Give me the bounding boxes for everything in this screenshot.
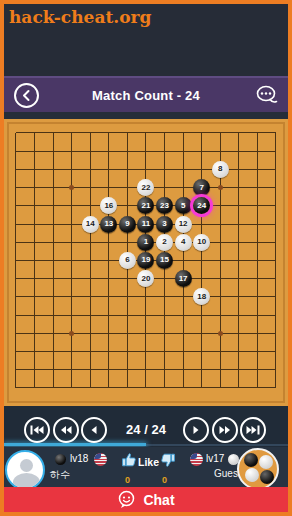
stone-2: 2 bbox=[156, 234, 173, 251]
board-cell bbox=[7, 142, 26, 160]
board-cell bbox=[267, 197, 286, 215]
thumb-down-icon bbox=[160, 452, 176, 468]
board-cell bbox=[211, 142, 230, 160]
stone-15: 15 bbox=[156, 252, 173, 269]
board-cell bbox=[192, 160, 211, 178]
board-cell bbox=[7, 197, 26, 215]
board-cell bbox=[230, 342, 249, 360]
board-cell bbox=[211, 324, 230, 342]
stone-10: 10 bbox=[193, 234, 210, 251]
board-cell bbox=[174, 306, 193, 324]
board-cell bbox=[81, 142, 100, 160]
board-cell bbox=[155, 361, 174, 379]
board-cell bbox=[81, 379, 100, 397]
like-label: Like bbox=[138, 456, 159, 468]
board-cell bbox=[44, 197, 63, 215]
board-cell bbox=[267, 251, 286, 269]
star-point bbox=[69, 185, 74, 190]
board-cell bbox=[118, 233, 137, 251]
board-cell bbox=[267, 324, 286, 342]
board-cell bbox=[100, 288, 119, 306]
black-player-avatar[interactable] bbox=[5, 450, 45, 490]
star-point bbox=[69, 331, 74, 336]
board-cell bbox=[7, 251, 26, 269]
board-cell bbox=[230, 197, 249, 215]
board-cell bbox=[248, 324, 267, 342]
skip-end-icon bbox=[246, 425, 260, 435]
board-cell bbox=[230, 142, 249, 160]
board-cell bbox=[81, 270, 100, 288]
board-cell bbox=[248, 379, 267, 397]
board-cell bbox=[211, 379, 230, 397]
black-stone-icon bbox=[55, 454, 66, 465]
board-cell bbox=[25, 179, 44, 197]
board-cell bbox=[211, 361, 230, 379]
stone-12: 12 bbox=[175, 216, 192, 233]
stone-6: 6 bbox=[119, 252, 136, 269]
board-cell bbox=[100, 233, 119, 251]
stone-17: 17 bbox=[175, 270, 192, 287]
board-cell bbox=[7, 379, 26, 397]
board-cell bbox=[25, 361, 44, 379]
board-cell bbox=[230, 324, 249, 342]
board-cell bbox=[267, 142, 286, 160]
board-cell bbox=[174, 324, 193, 342]
board-cell bbox=[267, 179, 286, 197]
board-cell bbox=[211, 215, 230, 233]
board-cell bbox=[25, 124, 44, 142]
board-cell bbox=[44, 233, 63, 251]
board-cell bbox=[44, 306, 63, 324]
stone-9: 9 bbox=[119, 216, 136, 233]
board-cell bbox=[248, 197, 267, 215]
board-cell bbox=[230, 306, 249, 324]
skip-start-button[interactable] bbox=[24, 417, 50, 443]
like-up-count: 0 bbox=[125, 475, 130, 485]
players-bar: lv18 하수 Like 0 0 lv17 Guest bbox=[4, 447, 288, 487]
board-panel: 123456789101112131415161718192021222324 bbox=[4, 119, 288, 406]
board-cell bbox=[192, 270, 211, 288]
stone-3: 3 bbox=[156, 216, 173, 233]
board-cell bbox=[267, 342, 286, 360]
white-player-avatar[interactable] bbox=[237, 448, 279, 490]
board-cell bbox=[192, 251, 211, 269]
board-cell bbox=[25, 233, 44, 251]
board-cell bbox=[62, 179, 81, 197]
board-cell bbox=[118, 124, 137, 142]
board-cell bbox=[25, 306, 44, 324]
board-cell bbox=[118, 179, 137, 197]
board-cell bbox=[137, 160, 156, 178]
board-cell bbox=[174, 160, 193, 178]
board-cell bbox=[62, 215, 81, 233]
board-cell bbox=[192, 215, 211, 233]
fast-forward-button[interactable] bbox=[212, 417, 238, 443]
board-cell bbox=[267, 215, 286, 233]
board-cell bbox=[44, 160, 63, 178]
board-cell bbox=[81, 361, 100, 379]
stone-4: 4 bbox=[175, 234, 192, 251]
board-cell bbox=[137, 288, 156, 306]
board-cell bbox=[25, 324, 44, 342]
step-back-icon bbox=[90, 425, 98, 435]
board-cell bbox=[100, 342, 119, 360]
board-cell bbox=[248, 270, 267, 288]
board-cell bbox=[118, 270, 137, 288]
thumb-up-icon bbox=[121, 452, 137, 468]
board-cell bbox=[174, 379, 193, 397]
board-cell bbox=[7, 342, 26, 360]
board-cell bbox=[100, 361, 119, 379]
board-cell bbox=[81, 251, 100, 269]
board-cell bbox=[62, 342, 81, 360]
board-cell bbox=[248, 160, 267, 178]
fast-forward-icon bbox=[219, 425, 231, 435]
board-cell bbox=[81, 124, 100, 142]
board-cell bbox=[137, 142, 156, 160]
board-cell bbox=[25, 379, 44, 397]
step-back-button[interactable] bbox=[81, 417, 107, 443]
board-cell bbox=[174, 179, 193, 197]
board-cell bbox=[137, 324, 156, 342]
board-cell bbox=[211, 179, 230, 197]
board-cell bbox=[192, 124, 211, 142]
board-cell bbox=[192, 306, 211, 324]
board-cell bbox=[230, 124, 249, 142]
stone-14: 14 bbox=[82, 216, 99, 233]
board-cell bbox=[7, 306, 26, 324]
skip-start-icon bbox=[30, 425, 44, 435]
chat-smiley-icon bbox=[117, 490, 136, 509]
board-cell bbox=[62, 160, 81, 178]
board-cell bbox=[174, 342, 193, 360]
board-cell bbox=[62, 251, 81, 269]
board-cell bbox=[230, 361, 249, 379]
skip-end-button[interactable] bbox=[240, 417, 266, 443]
board-cell bbox=[155, 379, 174, 397]
board-cell bbox=[230, 233, 249, 251]
board-cell bbox=[155, 270, 174, 288]
person-silhouette-icon bbox=[20, 459, 33, 472]
board-cell bbox=[7, 160, 26, 178]
header-chat-button[interactable] bbox=[254, 83, 280, 109]
board-cell bbox=[25, 142, 44, 160]
board-cell bbox=[7, 124, 26, 142]
board-cell bbox=[44, 124, 63, 142]
chat-label: Chat bbox=[143, 492, 174, 508]
board-cell bbox=[174, 288, 193, 306]
board-cell bbox=[211, 124, 230, 142]
board-cell bbox=[62, 197, 81, 215]
board-cell bbox=[137, 306, 156, 324]
rewind-button[interactable] bbox=[53, 417, 79, 443]
like-up-button[interactable] bbox=[121, 452, 137, 472]
board-cell bbox=[44, 379, 63, 397]
black-player-level: lv18 bbox=[70, 453, 88, 464]
board-cell bbox=[7, 270, 26, 288]
board-cell bbox=[211, 233, 230, 251]
board-cell bbox=[267, 288, 286, 306]
board-cell bbox=[62, 306, 81, 324]
board-cell bbox=[7, 288, 26, 306]
page-title: Match Count - 24 bbox=[4, 78, 288, 112]
board-cell bbox=[62, 233, 81, 251]
board-cell bbox=[118, 306, 137, 324]
board-cell bbox=[25, 288, 44, 306]
board-cell bbox=[7, 233, 26, 251]
board-cell bbox=[192, 324, 211, 342]
board-cell bbox=[174, 361, 193, 379]
board-cell bbox=[174, 124, 193, 142]
board-cell bbox=[100, 379, 119, 397]
chat-button[interactable]: Chat bbox=[4, 487, 288, 512]
board-cell bbox=[211, 251, 230, 269]
board-cell bbox=[267, 379, 286, 397]
board-cell bbox=[7, 179, 26, 197]
board-cell bbox=[248, 124, 267, 142]
board-cell bbox=[118, 288, 137, 306]
board-cell bbox=[211, 197, 230, 215]
top-banner: hack-cheat.org bbox=[4, 4, 288, 76]
board-cell bbox=[155, 306, 174, 324]
board-cell bbox=[100, 160, 119, 178]
board-cell bbox=[267, 160, 286, 178]
board-cell bbox=[25, 215, 44, 233]
board-cell bbox=[44, 324, 63, 342]
board-cell bbox=[174, 142, 193, 160]
gomoku-board[interactable]: 123456789101112131415161718192021222324 bbox=[7, 124, 286, 397]
board-cell bbox=[248, 288, 267, 306]
board-cell bbox=[248, 142, 267, 160]
board-cell bbox=[137, 342, 156, 360]
stone-13: 13 bbox=[100, 216, 117, 233]
board-cell bbox=[62, 124, 81, 142]
stone-5: 5 bbox=[175, 197, 192, 214]
board-cell bbox=[192, 361, 211, 379]
us-flag-icon-left bbox=[94, 453, 107, 466]
board-cell bbox=[248, 233, 267, 251]
board-cell bbox=[81, 233, 100, 251]
board-cell bbox=[248, 361, 267, 379]
board-cell bbox=[137, 379, 156, 397]
board-cell bbox=[192, 379, 211, 397]
board-cell bbox=[192, 342, 211, 360]
board-cell bbox=[44, 270, 63, 288]
board-cell bbox=[62, 142, 81, 160]
step-forward-icon bbox=[192, 425, 200, 435]
like-down-count: 0 bbox=[162, 475, 167, 485]
app-screen: hack-cheat.org Match Count - 24 12345678… bbox=[0, 0, 292, 516]
board-cell bbox=[44, 361, 63, 379]
board-cell bbox=[118, 342, 137, 360]
board-cell bbox=[155, 160, 174, 178]
board-cell bbox=[211, 342, 230, 360]
board-cell bbox=[7, 361, 26, 379]
board-cell bbox=[81, 288, 100, 306]
board-cell bbox=[137, 124, 156, 142]
board-cell bbox=[248, 251, 267, 269]
star-point bbox=[218, 331, 223, 336]
board-cell bbox=[100, 324, 119, 342]
board-cell bbox=[81, 179, 100, 197]
star-point bbox=[218, 185, 223, 190]
board-cell bbox=[100, 179, 119, 197]
board-cell bbox=[248, 215, 267, 233]
board-cell bbox=[100, 270, 119, 288]
replay-controls: 24 / 24 bbox=[4, 406, 288, 447]
board-cell bbox=[267, 270, 286, 288]
board-cell bbox=[100, 142, 119, 160]
board-cell bbox=[62, 361, 81, 379]
board-cell bbox=[25, 197, 44, 215]
board-cell bbox=[174, 251, 193, 269]
us-flag-icon-right bbox=[190, 453, 203, 466]
board-cell bbox=[44, 251, 63, 269]
board-cell bbox=[81, 342, 100, 360]
header-bar: Match Count - 24 bbox=[4, 76, 288, 112]
board-cell bbox=[230, 288, 249, 306]
board-cell bbox=[267, 233, 286, 251]
chat-bubble-icon bbox=[254, 83, 280, 109]
board-cell bbox=[25, 270, 44, 288]
stone-8: 8 bbox=[212, 161, 229, 178]
board-cell bbox=[44, 342, 63, 360]
board-cell bbox=[230, 215, 249, 233]
board-cell bbox=[44, 142, 63, 160]
board-cell bbox=[62, 288, 81, 306]
board-cell bbox=[155, 342, 174, 360]
white-player-level: lv17 bbox=[206, 453, 224, 464]
board-cell bbox=[192, 142, 211, 160]
stone-11: 11 bbox=[137, 216, 154, 233]
board-cell bbox=[118, 142, 137, 160]
board-cell bbox=[230, 160, 249, 178]
board-cell bbox=[155, 124, 174, 142]
board-cell bbox=[25, 251, 44, 269]
board-cell bbox=[62, 270, 81, 288]
board-cell bbox=[44, 288, 63, 306]
rewind-icon bbox=[60, 425, 72, 435]
board-cell bbox=[230, 379, 249, 397]
move-counter: 24 / 24 bbox=[106, 422, 186, 437]
board-cell bbox=[211, 270, 230, 288]
board-cell bbox=[118, 324, 137, 342]
step-forward-button[interactable] bbox=[183, 417, 209, 443]
board-cell bbox=[118, 379, 137, 397]
board-cell bbox=[118, 197, 137, 215]
board-cell bbox=[62, 324, 81, 342]
board-cell bbox=[25, 160, 44, 178]
board-cell bbox=[100, 306, 119, 324]
board-cell bbox=[100, 251, 119, 269]
board-cell bbox=[44, 179, 63, 197]
board-cell bbox=[81, 306, 100, 324]
board-cell bbox=[7, 324, 26, 342]
board-cell bbox=[81, 160, 100, 178]
board-cell bbox=[211, 306, 230, 324]
like-down-button[interactable] bbox=[160, 452, 176, 472]
board-cell bbox=[267, 306, 286, 324]
black-player-name: 하수 bbox=[50, 468, 70, 482]
board-cell bbox=[118, 361, 137, 379]
board-cell bbox=[7, 215, 26, 233]
board-cell bbox=[230, 179, 249, 197]
board-cell bbox=[211, 288, 230, 306]
board-cell bbox=[230, 270, 249, 288]
board-cell bbox=[81, 197, 100, 215]
board-cell bbox=[44, 215, 63, 233]
board-cell bbox=[118, 160, 137, 178]
board-cell bbox=[230, 251, 249, 269]
board-cell bbox=[81, 324, 100, 342]
board-cell bbox=[155, 288, 174, 306]
progress-fill bbox=[4, 443, 146, 446]
board-cell bbox=[25, 342, 44, 360]
board-cell bbox=[137, 361, 156, 379]
board-cell bbox=[155, 324, 174, 342]
banner-site-text: hack-cheat.org bbox=[9, 7, 151, 27]
board-cell bbox=[248, 342, 267, 360]
board-cell bbox=[62, 379, 81, 397]
board-cell bbox=[155, 142, 174, 160]
board-cell bbox=[267, 124, 286, 142]
board-cell bbox=[248, 306, 267, 324]
board-cell bbox=[155, 179, 174, 197]
board-cell bbox=[267, 361, 286, 379]
board-cell bbox=[248, 179, 267, 197]
board-cell bbox=[100, 124, 119, 142]
